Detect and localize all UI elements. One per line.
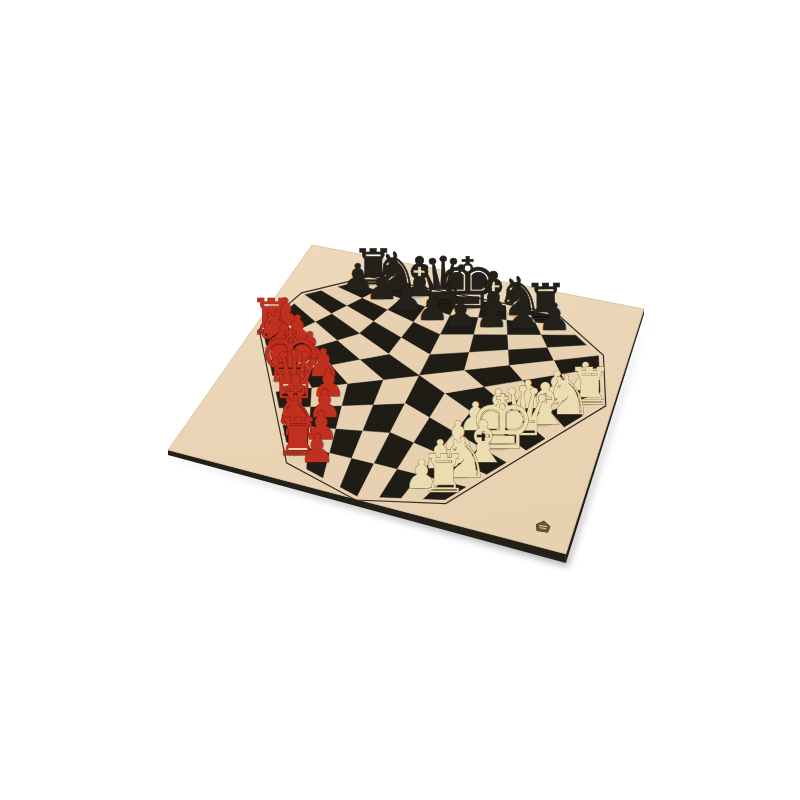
cell-black-f6-r3: [469, 335, 508, 353]
product-photo: ♜♟♞♝♟♛♚♟♝♞♜♟♟♟♟♟♟♜♟♞♟♝♟♚♟♟♛♟♜♟♞♝♟♟♝♟♛♞♟♚…: [0, 0, 800, 800]
piece-black-pawn-file8: ♟: [538, 295, 572, 339]
piece-black-pawn-file5: ♟: [444, 291, 478, 335]
piece-black-pawn-file7: ♟: [506, 293, 540, 337]
piece-white-rook-file8: ♜: [421, 444, 468, 504]
three-player-chess-scene: ♜♟♞♝♟♛♚♟♝♞♜♟♟♟♟♟♟♜♟♞♟♝♟♚♟♟♛♟♜♟♞♝♟♟♝♟♛♞♟♚…: [0, 0, 800, 800]
piece-black-pawn-file6: ♟: [475, 292, 509, 336]
piece-red-pawn-file1: ♟: [299, 426, 334, 471]
